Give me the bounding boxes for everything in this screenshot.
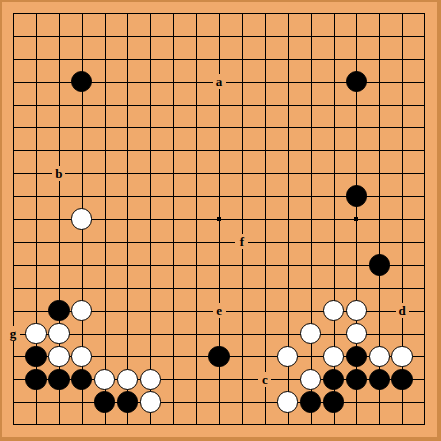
intersection-E16[interactable] — [93, 70, 116, 93]
intersection-E8[interactable] — [93, 253, 116, 276]
intersection-K18[interactable] — [208, 24, 231, 47]
intersection-Q11[interactable] — [345, 185, 368, 208]
intersection-H11[interactable] — [162, 185, 185, 208]
intersection-S19[interactable] — [391, 2, 414, 25]
intersection-P14[interactable] — [322, 116, 345, 139]
intersection-L16[interactable] — [230, 70, 253, 93]
intersection-N19[interactable] — [276, 2, 299, 25]
intersection-R9[interactable] — [368, 230, 391, 253]
intersection-L5[interactable] — [230, 322, 253, 345]
intersection-C9[interactable] — [47, 230, 70, 253]
intersection-P15[interactable] — [322, 93, 345, 116]
intersection-F4[interactable] — [116, 345, 139, 368]
intersection-P5[interactable] — [322, 322, 345, 345]
intersection-G10[interactable] — [139, 208, 162, 231]
intersection-E5[interactable] — [93, 322, 116, 345]
intersection-M11[interactable] — [253, 185, 276, 208]
intersection-N14[interactable] — [276, 116, 299, 139]
intersection-D16[interactable] — [70, 70, 93, 93]
intersection-C3[interactable] — [47, 368, 70, 391]
intersection-S15[interactable] — [391, 93, 414, 116]
intersection-B18[interactable] — [24, 24, 47, 47]
intersection-A2[interactable] — [2, 391, 25, 414]
intersection-H3[interactable] — [162, 368, 185, 391]
intersection-B2[interactable] — [24, 391, 47, 414]
intersection-F5[interactable] — [116, 322, 139, 345]
intersection-P11[interactable] — [322, 185, 345, 208]
intersection-K15[interactable] — [208, 93, 231, 116]
intersection-B7[interactable] — [24, 276, 47, 299]
intersection-C5[interactable] — [47, 322, 70, 345]
intersection-H14[interactable] — [162, 116, 185, 139]
intersection-F15[interactable] — [116, 93, 139, 116]
intersection-O4[interactable] — [299, 345, 322, 368]
intersection-K6[interactable]: e — [208, 299, 231, 322]
intersection-S7[interactable] — [391, 276, 414, 299]
intersection-B15[interactable] — [24, 93, 47, 116]
intersection-O18[interactable] — [299, 24, 322, 47]
intersection-S11[interactable] — [391, 185, 414, 208]
intersection-E10[interactable] — [93, 208, 116, 231]
intersection-F18[interactable] — [116, 24, 139, 47]
intersection-G12[interactable] — [139, 162, 162, 185]
intersection-M1[interactable] — [253, 414, 276, 437]
intersection-G15[interactable] — [139, 93, 162, 116]
intersection-D2[interactable] — [70, 391, 93, 414]
intersection-C18[interactable] — [47, 24, 70, 47]
intersection-R6[interactable] — [368, 299, 391, 322]
intersection-L7[interactable] — [230, 276, 253, 299]
intersection-H17[interactable] — [162, 47, 185, 70]
intersection-J2[interactable] — [185, 391, 208, 414]
intersection-L12[interactable] — [230, 162, 253, 185]
intersection-T8[interactable] — [414, 253, 437, 276]
intersection-P13[interactable] — [322, 139, 345, 162]
intersection-Q14[interactable] — [345, 116, 368, 139]
intersection-J17[interactable] — [185, 47, 208, 70]
intersection-K9[interactable] — [208, 230, 231, 253]
intersection-N9[interactable] — [276, 230, 299, 253]
intersection-C15[interactable] — [47, 93, 70, 116]
intersection-A15[interactable] — [2, 93, 25, 116]
intersection-G13[interactable] — [139, 139, 162, 162]
intersection-E2[interactable] — [93, 391, 116, 414]
intersection-B11[interactable] — [24, 185, 47, 208]
intersection-G17[interactable] — [139, 47, 162, 70]
intersection-N2[interactable] — [276, 391, 299, 414]
intersection-G18[interactable] — [139, 24, 162, 47]
intersection-K3[interactable] — [208, 368, 231, 391]
intersection-E15[interactable] — [93, 93, 116, 116]
intersection-T9[interactable] — [414, 230, 437, 253]
intersection-N7[interactable] — [276, 276, 299, 299]
intersection-R11[interactable] — [368, 185, 391, 208]
intersection-B4[interactable] — [24, 345, 47, 368]
intersection-T5[interactable] — [414, 322, 437, 345]
intersection-R15[interactable] — [368, 93, 391, 116]
intersection-K4[interactable] — [208, 345, 231, 368]
intersection-F6[interactable] — [116, 299, 139, 322]
intersection-F1[interactable] — [116, 414, 139, 437]
intersection-G2[interactable] — [139, 391, 162, 414]
intersection-H7[interactable] — [162, 276, 185, 299]
intersection-M6[interactable] — [253, 299, 276, 322]
intersection-N12[interactable] — [276, 162, 299, 185]
intersection-S12[interactable] — [391, 162, 414, 185]
intersection-R19[interactable] — [368, 2, 391, 25]
intersection-J7[interactable] — [185, 276, 208, 299]
intersection-K10[interactable] — [208, 208, 231, 231]
intersection-Q10[interactable] — [345, 208, 368, 231]
intersection-D4[interactable] — [70, 345, 93, 368]
intersection-S8[interactable] — [391, 253, 414, 276]
intersection-J14[interactable] — [185, 116, 208, 139]
intersection-O11[interactable] — [299, 185, 322, 208]
intersection-M12[interactable] — [253, 162, 276, 185]
intersection-A13[interactable] — [2, 139, 25, 162]
intersection-J15[interactable] — [185, 93, 208, 116]
intersection-L13[interactable] — [230, 139, 253, 162]
intersection-A3[interactable] — [2, 368, 25, 391]
intersection-M10[interactable] — [253, 208, 276, 231]
intersection-C17[interactable] — [47, 47, 70, 70]
intersection-N17[interactable] — [276, 47, 299, 70]
intersection-C1[interactable] — [47, 414, 70, 437]
intersection-N18[interactable] — [276, 24, 299, 47]
intersection-D19[interactable] — [70, 2, 93, 25]
intersection-D3[interactable] — [70, 368, 93, 391]
intersection-H1[interactable] — [162, 414, 185, 437]
intersection-B3[interactable] — [24, 368, 47, 391]
intersection-F12[interactable] — [116, 162, 139, 185]
intersection-F2[interactable] — [116, 391, 139, 414]
intersection-E13[interactable] — [93, 139, 116, 162]
intersection-T14[interactable] — [414, 116, 437, 139]
intersection-M4[interactable] — [253, 345, 276, 368]
intersection-D8[interactable] — [70, 253, 93, 276]
intersection-B12[interactable] — [24, 162, 47, 185]
intersection-H5[interactable] — [162, 322, 185, 345]
intersection-E12[interactable] — [93, 162, 116, 185]
intersection-J9[interactable] — [185, 230, 208, 253]
intersection-L8[interactable] — [230, 253, 253, 276]
intersection-O9[interactable] — [299, 230, 322, 253]
intersection-J3[interactable] — [185, 368, 208, 391]
intersection-H9[interactable] — [162, 230, 185, 253]
intersection-O16[interactable] — [299, 70, 322, 93]
intersection-G9[interactable] — [139, 230, 162, 253]
intersection-P9[interactable] — [322, 230, 345, 253]
intersection-A6[interactable] — [2, 299, 25, 322]
intersection-D5[interactable] — [70, 322, 93, 345]
intersection-E17[interactable] — [93, 47, 116, 70]
intersection-D11[interactable] — [70, 185, 93, 208]
intersection-C19[interactable] — [47, 2, 70, 25]
intersection-D13[interactable] — [70, 139, 93, 162]
intersection-P8[interactable] — [322, 253, 345, 276]
intersection-T7[interactable] — [414, 276, 437, 299]
intersection-J4[interactable] — [185, 345, 208, 368]
intersection-C4[interactable] — [47, 345, 70, 368]
intersection-R16[interactable] — [368, 70, 391, 93]
intersection-A17[interactable] — [2, 47, 25, 70]
intersection-R1[interactable] — [368, 414, 391, 437]
intersection-A10[interactable] — [2, 208, 25, 231]
intersection-P16[interactable] — [322, 70, 345, 93]
intersection-L3[interactable] — [230, 368, 253, 391]
intersection-B13[interactable] — [24, 139, 47, 162]
intersection-R14[interactable] — [368, 116, 391, 139]
intersection-M8[interactable] — [253, 253, 276, 276]
intersection-G19[interactable] — [139, 2, 162, 25]
intersection-A11[interactable] — [2, 185, 25, 208]
intersection-L9[interactable]: f — [230, 230, 253, 253]
intersection-T16[interactable] — [414, 70, 437, 93]
intersection-B1[interactable] — [24, 414, 47, 437]
intersection-J8[interactable] — [185, 253, 208, 276]
intersection-J19[interactable] — [185, 2, 208, 25]
intersection-S6[interactable]: d — [391, 299, 414, 322]
intersection-G16[interactable] — [139, 70, 162, 93]
intersection-N11[interactable] — [276, 185, 299, 208]
intersection-E1[interactable] — [93, 414, 116, 437]
intersection-J10[interactable] — [185, 208, 208, 231]
intersection-F19[interactable] — [116, 2, 139, 25]
intersection-J18[interactable] — [185, 24, 208, 47]
intersection-Q12[interactable] — [345, 162, 368, 185]
intersection-R5[interactable] — [368, 322, 391, 345]
intersection-D7[interactable] — [70, 276, 93, 299]
intersection-Q4[interactable] — [345, 345, 368, 368]
intersection-R17[interactable] — [368, 47, 391, 70]
intersection-D6[interactable] — [70, 299, 93, 322]
intersection-A19[interactable] — [2, 2, 25, 25]
intersection-E7[interactable] — [93, 276, 116, 299]
intersection-T1[interactable] — [414, 414, 437, 437]
intersection-H6[interactable] — [162, 299, 185, 322]
intersection-P17[interactable] — [322, 47, 345, 70]
intersection-R13[interactable] — [368, 139, 391, 162]
intersection-O2[interactable] — [299, 391, 322, 414]
intersection-L6[interactable] — [230, 299, 253, 322]
intersection-J11[interactable] — [185, 185, 208, 208]
intersection-C11[interactable] — [47, 185, 70, 208]
intersection-N10[interactable] — [276, 208, 299, 231]
intersection-R8[interactable] — [368, 253, 391, 276]
intersection-H18[interactable] — [162, 24, 185, 47]
intersection-Q1[interactable] — [345, 414, 368, 437]
intersection-Q3[interactable] — [345, 368, 368, 391]
intersection-N4[interactable] — [276, 345, 299, 368]
intersection-G3[interactable] — [139, 368, 162, 391]
intersection-T18[interactable] — [414, 24, 437, 47]
intersection-J1[interactable] — [185, 414, 208, 437]
intersection-G5[interactable] — [139, 322, 162, 345]
intersection-K1[interactable] — [208, 414, 231, 437]
intersection-C8[interactable] — [47, 253, 70, 276]
intersection-L4[interactable] — [230, 345, 253, 368]
intersection-Q19[interactable] — [345, 2, 368, 25]
intersection-A1[interactable] — [2, 414, 25, 437]
intersection-F3[interactable] — [116, 368, 139, 391]
intersection-C10[interactable] — [47, 208, 70, 231]
intersection-B14[interactable] — [24, 116, 47, 139]
intersection-K19[interactable] — [208, 2, 231, 25]
intersection-O5[interactable] — [299, 322, 322, 345]
intersection-N15[interactable] — [276, 93, 299, 116]
intersection-N6[interactable] — [276, 299, 299, 322]
intersection-Q9[interactable] — [345, 230, 368, 253]
intersection-N5[interactable] — [276, 322, 299, 345]
intersection-F10[interactable] — [116, 208, 139, 231]
intersection-S3[interactable] — [391, 368, 414, 391]
intersection-P3[interactable] — [322, 368, 345, 391]
intersection-D14[interactable] — [70, 116, 93, 139]
intersection-N13[interactable] — [276, 139, 299, 162]
intersection-G14[interactable] — [139, 116, 162, 139]
intersection-A9[interactable] — [2, 230, 25, 253]
intersection-K17[interactable] — [208, 47, 231, 70]
intersection-N8[interactable] — [276, 253, 299, 276]
intersection-S1[interactable] — [391, 414, 414, 437]
intersection-A18[interactable] — [2, 24, 25, 47]
intersection-F9[interactable] — [116, 230, 139, 253]
intersection-B17[interactable] — [24, 47, 47, 70]
intersection-D17[interactable] — [70, 47, 93, 70]
intersection-B9[interactable] — [24, 230, 47, 253]
intersection-M9[interactable] — [253, 230, 276, 253]
intersection-B5[interactable] — [24, 322, 47, 345]
intersection-T15[interactable] — [414, 93, 437, 116]
intersection-J12[interactable] — [185, 162, 208, 185]
intersection-N1[interactable] — [276, 414, 299, 437]
intersection-L1[interactable] — [230, 414, 253, 437]
intersection-O17[interactable] — [299, 47, 322, 70]
intersection-M7[interactable] — [253, 276, 276, 299]
intersection-T12[interactable] — [414, 162, 437, 185]
intersection-R4[interactable] — [368, 345, 391, 368]
intersection-S5[interactable] — [391, 322, 414, 345]
intersection-C6[interactable] — [47, 299, 70, 322]
intersection-C13[interactable] — [47, 139, 70, 162]
intersection-O19[interactable] — [299, 2, 322, 25]
intersection-B6[interactable] — [24, 299, 47, 322]
intersection-G11[interactable] — [139, 185, 162, 208]
intersection-E14[interactable] — [93, 116, 116, 139]
intersection-D9[interactable] — [70, 230, 93, 253]
intersection-C16[interactable] — [47, 70, 70, 93]
intersection-F16[interactable] — [116, 70, 139, 93]
intersection-O6[interactable] — [299, 299, 322, 322]
intersection-Q17[interactable] — [345, 47, 368, 70]
intersection-C14[interactable] — [47, 116, 70, 139]
intersection-A5[interactable]: g — [2, 322, 25, 345]
intersection-A7[interactable] — [2, 276, 25, 299]
intersection-Q2[interactable] — [345, 391, 368, 414]
intersection-A8[interactable] — [2, 253, 25, 276]
intersection-M18[interactable] — [253, 24, 276, 47]
intersection-J16[interactable] — [185, 70, 208, 93]
intersection-P4[interactable] — [322, 345, 345, 368]
intersection-C2[interactable] — [47, 391, 70, 414]
intersection-O10[interactable] — [299, 208, 322, 231]
intersection-T11[interactable] — [414, 185, 437, 208]
intersection-S17[interactable] — [391, 47, 414, 70]
intersection-R2[interactable] — [368, 391, 391, 414]
intersection-H12[interactable] — [162, 162, 185, 185]
intersection-P2[interactable] — [322, 391, 345, 414]
intersection-Q15[interactable] — [345, 93, 368, 116]
intersection-T17[interactable] — [414, 47, 437, 70]
intersection-M13[interactable] — [253, 139, 276, 162]
intersection-P6[interactable] — [322, 299, 345, 322]
intersection-C7[interactable] — [47, 276, 70, 299]
intersection-M5[interactable] — [253, 322, 276, 345]
intersection-H8[interactable] — [162, 253, 185, 276]
intersection-T13[interactable] — [414, 139, 437, 162]
intersection-K11[interactable] — [208, 185, 231, 208]
intersection-D1[interactable] — [70, 414, 93, 437]
intersection-L10[interactable] — [230, 208, 253, 231]
intersection-J13[interactable] — [185, 139, 208, 162]
intersection-Q18[interactable] — [345, 24, 368, 47]
intersection-S16[interactable] — [391, 70, 414, 93]
intersection-E6[interactable] — [93, 299, 116, 322]
intersection-A16[interactable] — [2, 70, 25, 93]
intersection-L18[interactable] — [230, 24, 253, 47]
intersection-B16[interactable] — [24, 70, 47, 93]
intersection-K5[interactable] — [208, 322, 231, 345]
intersection-E3[interactable] — [93, 368, 116, 391]
intersection-D12[interactable] — [70, 162, 93, 185]
intersection-K8[interactable] — [208, 253, 231, 276]
intersection-K2[interactable] — [208, 391, 231, 414]
intersection-E11[interactable] — [93, 185, 116, 208]
intersection-S9[interactable] — [391, 230, 414, 253]
intersection-T19[interactable] — [414, 2, 437, 25]
intersection-S13[interactable] — [391, 139, 414, 162]
intersection-G8[interactable] — [139, 253, 162, 276]
intersection-J5[interactable] — [185, 322, 208, 345]
intersection-M14[interactable] — [253, 116, 276, 139]
intersection-K13[interactable] — [208, 139, 231, 162]
intersection-O12[interactable] — [299, 162, 322, 185]
intersection-L14[interactable] — [230, 116, 253, 139]
intersection-F13[interactable] — [116, 139, 139, 162]
intersection-O15[interactable] — [299, 93, 322, 116]
intersection-A12[interactable] — [2, 162, 25, 185]
intersection-P10[interactable] — [322, 208, 345, 231]
intersection-L19[interactable] — [230, 2, 253, 25]
intersection-A4[interactable] — [2, 345, 25, 368]
intersection-Q8[interactable] — [345, 253, 368, 276]
intersection-F17[interactable] — [116, 47, 139, 70]
intersection-O7[interactable] — [299, 276, 322, 299]
intersection-M15[interactable] — [253, 93, 276, 116]
intersection-H10[interactable] — [162, 208, 185, 231]
intersection-M3[interactable]: c — [253, 368, 276, 391]
intersection-R10[interactable] — [368, 208, 391, 231]
intersection-R12[interactable] — [368, 162, 391, 185]
intersection-P7[interactable] — [322, 276, 345, 299]
intersection-F11[interactable] — [116, 185, 139, 208]
intersection-E18[interactable] — [93, 24, 116, 47]
intersection-K14[interactable] — [208, 116, 231, 139]
intersection-L15[interactable] — [230, 93, 253, 116]
intersection-L11[interactable] — [230, 185, 253, 208]
intersection-L17[interactable] — [230, 47, 253, 70]
intersection-Q16[interactable] — [345, 70, 368, 93]
